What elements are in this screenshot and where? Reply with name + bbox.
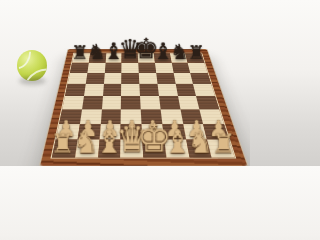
square-h7[interactable] bbox=[188, 63, 208, 73]
square-d6[interactable] bbox=[121, 73, 139, 84]
white-knight[interactable]: ♞ bbox=[187, 128, 213, 157]
square-f4[interactable] bbox=[159, 96, 180, 109]
square-f8[interactable]: ♝ bbox=[154, 53, 172, 62]
square-h6[interactable] bbox=[190, 73, 211, 84]
black-rook[interactable]: ♜ bbox=[187, 43, 204, 62]
square-b7[interactable] bbox=[87, 63, 105, 73]
square-g8[interactable]: ♞ bbox=[170, 53, 188, 62]
square-h1[interactable]: ♜ bbox=[207, 140, 234, 158]
square-g4[interactable] bbox=[178, 96, 200, 109]
square-f6[interactable] bbox=[156, 73, 175, 84]
square-b5[interactable] bbox=[84, 84, 104, 96]
square-d4[interactable] bbox=[121, 96, 141, 109]
square-f5[interactable] bbox=[157, 84, 177, 96]
square-f7[interactable] bbox=[155, 63, 173, 73]
square-h5[interactable] bbox=[193, 84, 215, 96]
square-e6[interactable] bbox=[139, 73, 158, 84]
square-c7[interactable] bbox=[104, 63, 121, 73]
square-c5[interactable] bbox=[103, 84, 122, 96]
square-e4[interactable] bbox=[140, 96, 160, 109]
square-a4[interactable] bbox=[62, 96, 84, 109]
black-knight[interactable]: ♞ bbox=[170, 41, 189, 62]
square-h4[interactable] bbox=[196, 96, 219, 109]
square-b6[interactable] bbox=[86, 73, 105, 84]
square-h8[interactable]: ♜ bbox=[185, 53, 204, 62]
square-c6[interactable] bbox=[103, 73, 121, 84]
square-d5[interactable] bbox=[121, 84, 140, 96]
square-c4[interactable] bbox=[101, 96, 121, 109]
tennis-ball bbox=[17, 50, 47, 81]
square-f1[interactable]: ♝ bbox=[164, 140, 189, 158]
white-rook[interactable]: ♜ bbox=[211, 131, 235, 158]
square-a6[interactable] bbox=[68, 73, 88, 84]
square-d7[interactable] bbox=[122, 63, 139, 73]
square-e7[interactable] bbox=[138, 63, 156, 73]
square-a7[interactable] bbox=[70, 63, 89, 73]
chess-board: ♜♞♝♛♚♝♞♜♟♟♟♟♟♟♟♟♜♞♝♛♚♝♞♜ bbox=[40, 49, 247, 165]
white-rook[interactable]: ♜ bbox=[51, 131, 75, 158]
square-g1[interactable]: ♞ bbox=[186, 140, 212, 158]
board-grid: ♜♞♝♛♚♝♞♜♟♟♟♟♟♟♟♟♜♞♝♛♚♝♞♜ bbox=[52, 53, 235, 157]
square-e5[interactable] bbox=[139, 84, 158, 96]
tennis-ball-seam bbox=[17, 50, 47, 81]
square-a5[interactable] bbox=[65, 84, 86, 96]
square-b4[interactable] bbox=[82, 96, 103, 109]
